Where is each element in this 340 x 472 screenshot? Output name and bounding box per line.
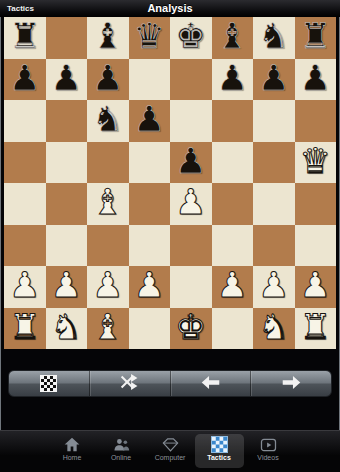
square-f2[interactable]: ♟ <box>212 266 254 308</box>
square-g5[interactable] <box>253 142 295 184</box>
square-b7[interactable]: ♟ <box>46 59 88 101</box>
square-e4[interactable]: ♟ <box>170 183 212 225</box>
page-title: Analysis <box>0 0 340 17</box>
square-d3[interactable] <box>129 225 171 267</box>
piece-black-knight: ♞ <box>92 102 123 137</box>
piece-white-pawn: ♟ <box>217 268 248 303</box>
square-d7[interactable] <box>129 59 171 101</box>
square-e2[interactable] <box>170 266 212 308</box>
piece-white-rook: ♜ <box>300 310 331 345</box>
square-g7[interactable]: ♟ <box>253 59 295 101</box>
square-c5[interactable] <box>87 142 129 184</box>
square-h4[interactable] <box>295 183 337 225</box>
next-move-button[interactable] <box>250 371 331 396</box>
square-c2[interactable]: ♟ <box>87 266 129 308</box>
tab-home[interactable]: Home <box>48 434 97 468</box>
piece-black-bishop: ♝ <box>217 19 248 54</box>
piece-white-pawn: ♟ <box>300 268 331 303</box>
piece-white-rook: ♜ <box>9 310 40 345</box>
square-a8[interactable]: ♜ <box>4 17 46 59</box>
piece-white-pawn: ♟ <box>175 185 206 220</box>
piece-white-bishop: ♝ <box>92 185 123 220</box>
square-h6[interactable] <box>295 100 337 142</box>
piece-black-pawn: ♟ <box>258 61 289 96</box>
piece-white-pawn: ♟ <box>258 268 289 303</box>
square-h7[interactable]: ♟ <box>295 59 337 101</box>
square-a1[interactable]: ♜ <box>4 308 46 350</box>
square-a7[interactable]: ♟ <box>4 59 46 101</box>
piece-white-pawn: ♟ <box>92 268 123 303</box>
shuffle-icon <box>120 374 139 393</box>
square-d2[interactable]: ♟ <box>129 266 171 308</box>
piece-black-pawn: ♟ <box>9 61 40 96</box>
square-c4[interactable]: ♝ <box>87 183 129 225</box>
piece-white-knight: ♞ <box>51 310 82 345</box>
chess-board[interactable]: ♜♝♛♚♝♞♜♟♟♟♟♟♟♞♟♟♛♝♟♟♟♟♟♟♟♟♜♞♝♚♞♜ <box>4 17 336 349</box>
square-b5[interactable] <box>46 142 88 184</box>
piece-black-pawn: ♟ <box>217 61 248 96</box>
square-h3[interactable] <box>295 225 337 267</box>
square-g2[interactable]: ♟ <box>253 266 295 308</box>
square-a2[interactable]: ♟ <box>4 266 46 308</box>
square-a6[interactable] <box>4 100 46 142</box>
square-d8[interactable]: ♛ <box>129 17 171 59</box>
square-f6[interactable] <box>212 100 254 142</box>
piece-white-bishop: ♝ <box>92 310 123 345</box>
square-b3[interactable] <box>46 225 88 267</box>
tab-bar: Home Online Computer <box>0 430 340 472</box>
piece-black-pawn: ♟ <box>92 61 123 96</box>
navigation-bar: Tactics Analysis <box>0 0 340 17</box>
square-f4[interactable] <box>212 183 254 225</box>
square-e8[interactable]: ♚ <box>170 17 212 59</box>
square-h1[interactable]: ♜ <box>295 308 337 350</box>
square-d5[interactable] <box>129 142 171 184</box>
square-f8[interactable]: ♝ <box>212 17 254 59</box>
tab-label: Home <box>63 454 82 462</box>
analysis-toolbar <box>8 370 332 397</box>
app-screen: Tactics Analysis ♜♝♛♚♝♞♜♟♟♟♟♟♟♞♟♟♛♝♟♟♟♟♟… <box>0 0 340 472</box>
shuffle-button[interactable] <box>89 371 170 396</box>
square-c3[interactable] <box>87 225 129 267</box>
tab-label: Tactics <box>207 454 231 462</box>
square-e1[interactable]: ♚ <box>170 308 212 350</box>
square-e5[interactable]: ♟ <box>170 142 212 184</box>
square-f7[interactable]: ♟ <box>212 59 254 101</box>
home-icon <box>64 436 80 453</box>
arrow-right-icon <box>282 375 301 393</box>
piece-white-queen: ♛ <box>300 144 331 179</box>
square-c6[interactable]: ♞ <box>87 100 129 142</box>
piece-black-rook: ♜ <box>9 19 40 54</box>
square-f5[interactable] <box>212 142 254 184</box>
square-e3[interactable] <box>170 225 212 267</box>
tab-label: Online <box>111 454 131 462</box>
square-b4[interactable] <box>46 183 88 225</box>
previous-move-button[interactable] <box>170 371 251 396</box>
piece-white-pawn: ♟ <box>134 268 165 303</box>
piece-black-pawn: ♟ <box>51 61 82 96</box>
square-h2[interactable]: ♟ <box>295 266 337 308</box>
square-g4[interactable] <box>253 183 295 225</box>
tactics-board-icon <box>211 436 228 453</box>
piece-white-king: ♚ <box>175 310 206 345</box>
tab-label: Videos <box>257 454 278 462</box>
square-c7[interactable]: ♟ <box>87 59 129 101</box>
square-h8[interactable]: ♜ <box>295 17 337 59</box>
square-c8[interactable]: ♝ <box>87 17 129 59</box>
square-g8[interactable]: ♞ <box>253 17 295 59</box>
square-g3[interactable] <box>253 225 295 267</box>
square-c1[interactable]: ♝ <box>87 308 129 350</box>
people-icon <box>113 436 130 453</box>
piece-black-pawn: ♟ <box>134 102 165 137</box>
piece-black-pawn: ♟ <box>175 144 206 179</box>
chessboard-icon <box>40 375 57 392</box>
videos-icon <box>260 436 277 453</box>
square-b2[interactable]: ♟ <box>46 266 88 308</box>
square-d1[interactable] <box>129 308 171 350</box>
piece-white-pawn: ♟ <box>51 268 82 303</box>
square-h5[interactable]: ♛ <box>295 142 337 184</box>
board-setup-button[interactable] <box>9 371 89 396</box>
square-a3[interactable] <box>4 225 46 267</box>
square-f1[interactable] <box>212 308 254 350</box>
piece-white-knight: ♞ <box>258 310 289 345</box>
square-d4[interactable] <box>129 183 171 225</box>
square-g1[interactable]: ♞ <box>253 308 295 350</box>
square-b6[interactable] <box>46 100 88 142</box>
tab-videos[interactable]: Videos <box>244 434 293 468</box>
piece-black-king: ♚ <box>175 19 206 54</box>
square-f3[interactable] <box>212 225 254 267</box>
square-b1[interactable]: ♞ <box>46 308 88 350</box>
square-e6[interactable] <box>170 100 212 142</box>
square-b8[interactable] <box>46 17 88 59</box>
square-a4[interactable] <box>4 183 46 225</box>
piece-black-rook: ♜ <box>300 19 331 54</box>
arrow-left-icon <box>201 375 220 393</box>
tab-label: Computer <box>155 454 186 462</box>
piece-black-queen: ♛ <box>134 19 165 54</box>
piece-white-pawn: ♟ <box>9 268 40 303</box>
piece-black-bishop: ♝ <box>92 19 123 54</box>
piece-black-pawn: ♟ <box>300 61 331 96</box>
square-g6[interactable] <box>253 100 295 142</box>
square-e7[interactable] <box>170 59 212 101</box>
diamond-icon <box>162 436 179 453</box>
square-d6[interactable]: ♟ <box>129 100 171 142</box>
tab-tactics[interactable]: Tactics <box>195 434 244 468</box>
square-a5[interactable] <box>4 142 46 184</box>
tab-computer[interactable]: Computer <box>146 434 195 468</box>
tab-online[interactable]: Online <box>97 434 146 468</box>
piece-black-knight: ♞ <box>258 19 289 54</box>
